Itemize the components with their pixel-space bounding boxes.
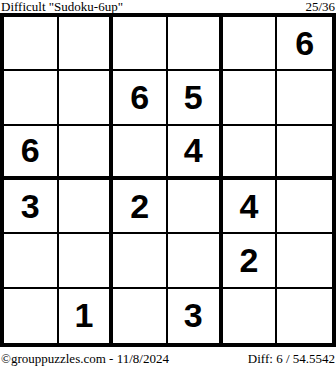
cell-r5c3[interactable] [113,234,168,288]
cell-r5c6[interactable] [277,234,332,288]
cell-r3c6[interactable] [277,126,332,180]
cell-r2c6[interactable] [277,71,332,125]
difficulty-text: Diff: 6 / 54.5542 [248,352,335,366]
clue-counter: 25/36 [305,0,335,13]
cell-r1c3[interactable] [113,17,168,71]
cell-r4c2[interactable] [59,180,114,234]
cell-r4c4[interactable] [168,180,223,234]
cell-r4c1[interactable]: 3 [4,180,59,234]
cell-r5c4[interactable] [168,234,223,288]
cell-r6c1[interactable] [4,289,59,343]
header: Difficult "Sudoku-6up" 25/36 [0,0,336,13]
cell-r6c6[interactable] [277,289,332,343]
cell-r5c1[interactable] [4,234,59,288]
cell-r6c2[interactable]: 1 [59,289,114,343]
puzzle-title: Difficult "Sudoku-6up" [1,0,123,13]
cell-r1c6[interactable]: 6 [277,17,332,71]
cell-r3c3[interactable] [113,126,168,180]
footer: ©grouppuzzles.com - 11/8/2024 Diff: 6 / … [0,352,336,366]
cell-r4c6[interactable] [277,180,332,234]
sudoku-board: 66564324213 [0,13,336,347]
cell-r1c5[interactable] [223,17,278,71]
cell-r3c2[interactable] [59,126,114,180]
cell-r2c1[interactable] [4,71,59,125]
cell-r2c4[interactable]: 5 [168,71,223,125]
cell-r6c4[interactable]: 3 [168,289,223,343]
cell-r2c3[interactable]: 6 [113,71,168,125]
cell-r3c4[interactable]: 4 [168,126,223,180]
cell-r1c1[interactable] [4,17,59,71]
copyright-date-text: ©grouppuzzles.com - 11/8/2024 [1,352,169,366]
cell-r1c4[interactable] [168,17,223,71]
cell-r1c2[interactable] [59,17,114,71]
cell-r2c2[interactable] [59,71,114,125]
sudoku-page: Difficult "Sudoku-6up" 25/36 66564324213… [0,0,336,370]
cell-r4c3[interactable]: 2 [113,180,168,234]
cell-r5c5[interactable]: 2 [223,234,278,288]
cell-r3c1[interactable]: 6 [4,126,59,180]
cell-r6c3[interactable] [113,289,168,343]
cell-r2c5[interactable] [223,71,278,125]
cell-r4c5[interactable]: 4 [223,180,278,234]
cell-r6c5[interactable] [223,289,278,343]
cell-r5c2[interactable] [59,234,114,288]
cell-r3c5[interactable] [223,126,278,180]
